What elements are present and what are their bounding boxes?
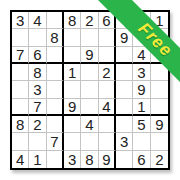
cell-r3c1: 7 — [12, 47, 29, 64]
cell-r7c5: 4 — [81, 116, 98, 133]
cell-r4c1 — [12, 64, 29, 81]
cell-r5c8: 9 — [133, 81, 150, 98]
cell-r3c5: 9 — [81, 47, 98, 64]
cell-r6c5 — [81, 99, 98, 116]
cell-r1c1: 3 — [12, 12, 29, 29]
cell-r7c8: 5 — [133, 116, 150, 133]
cell-r2c4 — [64, 29, 81, 46]
cell-r8c3: 7 — [47, 133, 64, 150]
cell-r6c4: 9 — [64, 99, 81, 116]
cell-r7c7 — [116, 116, 133, 133]
cell-r9c1: 4 — [12, 151, 29, 168]
cell-r5c2: 3 — [29, 81, 46, 98]
cell-r5c1 — [12, 81, 29, 98]
cell-r2c2 — [29, 29, 46, 46]
cell-r1c2: 4 — [29, 12, 46, 29]
cell-r4c5 — [81, 64, 98, 81]
cell-r9c2: 1 — [29, 151, 46, 168]
cell-r7c1: 8 — [12, 116, 29, 133]
cell-r1c4: 8 — [64, 12, 81, 29]
cell-r6c8: 1 — [133, 99, 150, 116]
cell-r2c5 — [81, 29, 98, 46]
cell-r7c2: 2 — [29, 116, 46, 133]
cell-r9c8: 6 — [133, 151, 150, 168]
cell-r1c3 — [47, 12, 64, 29]
cell-r5c9 — [151, 81, 168, 98]
cell-r6c2: 7 — [29, 99, 46, 116]
cell-r9c3 — [47, 151, 64, 168]
cell-r3c7 — [116, 47, 133, 64]
cell-r7c9: 9 — [151, 116, 168, 133]
cell-r8c7: 3 — [116, 133, 133, 150]
cell-r5c4 — [64, 81, 81, 98]
cell-r4c6: 2 — [99, 64, 116, 81]
cell-r7c3 — [47, 116, 64, 133]
cell-r4c4: 1 — [64, 64, 81, 81]
cell-r8c5 — [81, 133, 98, 150]
cell-r8c1 — [12, 133, 29, 150]
cell-r3c3 — [47, 47, 64, 64]
cell-r4c2: 8 — [29, 64, 46, 81]
cell-r3c6 — [99, 47, 116, 64]
cell-r8c2 — [29, 133, 46, 150]
cell-r4c7 — [116, 64, 133, 81]
cell-r3c4 — [64, 47, 81, 64]
cell-r5c6 — [99, 81, 116, 98]
cell-r7c6 — [99, 116, 116, 133]
cell-r6c3 — [47, 99, 64, 116]
cell-r9c4: 3 — [64, 151, 81, 168]
cell-r1c5: 2 — [81, 12, 98, 29]
cell-r4c8: 3 — [133, 64, 150, 81]
cell-r6c9 — [151, 99, 168, 116]
cell-r8c4 — [64, 133, 81, 150]
cell-r3c2: 6 — [29, 47, 46, 64]
cell-r2c3: 8 — [47, 29, 64, 46]
cell-r2c6 — [99, 29, 116, 46]
cell-r8c9 — [151, 133, 168, 150]
cell-r5c7 — [116, 81, 133, 98]
cell-r7c4 — [64, 116, 81, 133]
cell-r9c5: 8 — [81, 151, 98, 168]
cell-r6c1 — [12, 99, 29, 116]
cell-r9c9: 2 — [151, 151, 168, 168]
cell-r2c1 — [12, 29, 29, 46]
cell-r8c8 — [133, 133, 150, 150]
cell-r6c7 — [116, 99, 133, 116]
cell-r5c3 — [47, 81, 64, 98]
cell-r9c7 — [116, 151, 133, 168]
cell-r9c6: 9 — [99, 151, 116, 168]
cell-r6c6: 4 — [99, 99, 116, 116]
cell-r4c3 — [47, 64, 64, 81]
cell-r8c6 — [99, 133, 116, 150]
cell-r5c5 — [81, 81, 98, 98]
